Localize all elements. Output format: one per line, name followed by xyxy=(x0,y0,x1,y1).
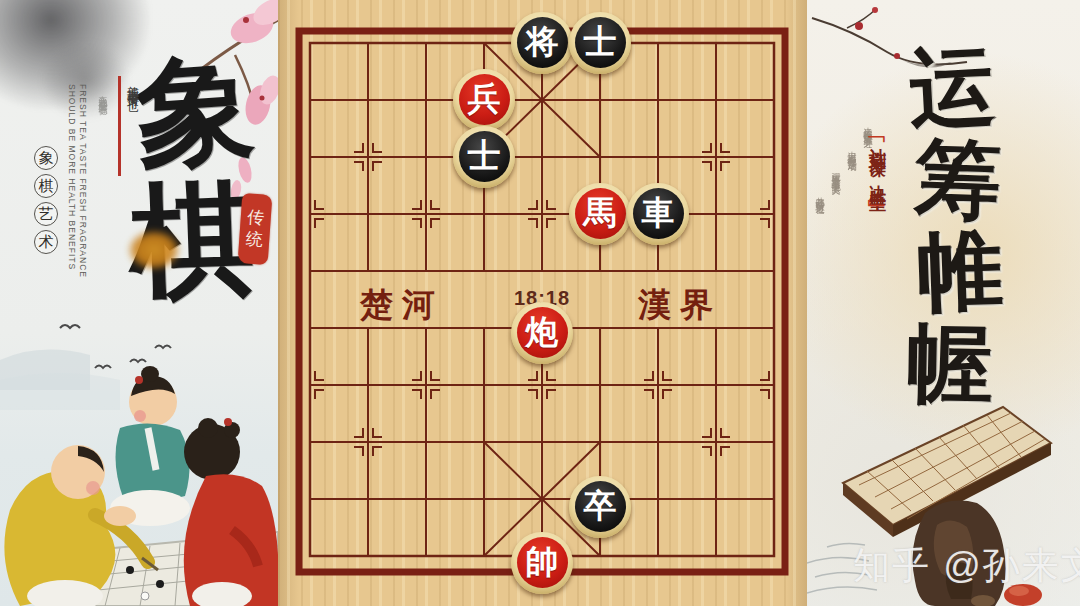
pieces-layer: 将士兵士馬車炮卒帥 xyxy=(281,14,803,584)
piece-red-炮[interactable]: 炮 xyxy=(511,302,573,364)
circled-characters: 象 棋 艺 术 xyxy=(34,146,58,254)
calligraphy-char: 幄 xyxy=(906,319,993,406)
tradition-seal: 传 统 xyxy=(238,193,273,265)
piece-label: 卒 xyxy=(575,481,626,532)
circled-char: 术 xyxy=(34,230,58,254)
piece-label: 士 xyxy=(575,17,626,68)
piece-label: 馬 xyxy=(575,188,626,239)
children-illustration xyxy=(0,300,278,606)
gold-brush-accent xyxy=(128,230,180,270)
bracket-close: 」 xyxy=(867,187,889,191)
xiangqi-app-screenshot: 象 棋 善博弈者得天下也 弈之为戏小胜于智大胜于德 象 棋 艺 术 FRESH … xyxy=(0,0,1080,606)
piece-red-兵[interactable]: 兵 xyxy=(453,69,515,131)
piece-label: 士 xyxy=(459,131,510,182)
piece-red-帥[interactable]: 帥 xyxy=(511,532,573,594)
piece-label: 炮 xyxy=(517,307,568,358)
circled-char: 棋 xyxy=(34,174,58,198)
piece-black-車[interactable]: 車 xyxy=(627,183,689,245)
piece-black-士[interactable]: 士 xyxy=(453,126,515,188)
piece-black-将[interactable]: 将 xyxy=(511,12,573,74)
calligraphy-char: 帷 xyxy=(916,226,1005,315)
bracket-motto: 「计划筹谋，决胜千里」 xyxy=(865,130,891,191)
motto-column-faint: 弈之为戏小胜于智大胜于德 xyxy=(96,88,109,218)
piece-label: 帥 xyxy=(517,537,568,588)
calligraphy-yun-chou-wei-wo: 运 筹 帷 幄 xyxy=(903,44,989,406)
piece-label: 車 xyxy=(633,188,684,239)
circled-char: 象 xyxy=(34,146,58,170)
calligraphy-char: 运 xyxy=(907,41,997,131)
piece-label: 将 xyxy=(517,17,568,68)
left-art-panel: 象 棋 善博弈者得天下也 弈之为戏小胜于智大胜于德 象 棋 艺 术 FRESH … xyxy=(0,0,278,606)
watermark-text: 知乎 @孙来文 xyxy=(853,541,1080,591)
circled-char: 艺 xyxy=(34,202,58,226)
calligraphy-char-xiang: 象 xyxy=(132,48,258,174)
piece-red-馬[interactable]: 馬 xyxy=(569,183,631,245)
motto-column: 善博弈者得天下也 xyxy=(118,76,141,176)
piece-black-士[interactable]: 士 xyxy=(569,12,631,74)
piece-black-卒[interactable]: 卒 xyxy=(569,476,631,538)
xiangqi-board[interactable]: 楚河 18:18 漢界 将士兵士馬車炮卒帥 xyxy=(278,0,807,606)
right-art-panel: 运 筹 帷 幄 「计划筹谋，决胜千里」 夫运筹帷幄之中决胜千里之外 史记高祖本纪… xyxy=(807,0,1080,606)
calligraphy-char: 筹 xyxy=(914,135,1003,224)
piece-label: 兵 xyxy=(459,74,510,125)
